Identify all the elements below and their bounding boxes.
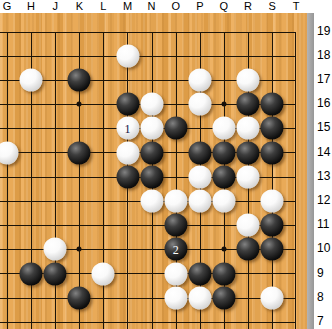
grid-cell <box>55 104 79 128</box>
stone-black <box>261 214 284 237</box>
grid-cell <box>31 177 55 201</box>
stone-white <box>237 68 260 91</box>
stone-black <box>212 262 235 285</box>
grid-cell <box>31 201 55 225</box>
stone-white <box>237 214 260 237</box>
column-label: J <box>52 0 58 13</box>
grid-cell <box>200 322 224 329</box>
stone-white <box>261 189 284 212</box>
grid-cell <box>248 322 272 329</box>
star-point <box>221 102 226 107</box>
grid-cell <box>200 225 224 249</box>
stone-black <box>68 68 91 91</box>
stone-white <box>237 165 260 188</box>
stone-black <box>261 141 284 164</box>
row-label: 16 <box>317 96 330 110</box>
grid-cell <box>0 298 7 322</box>
grid-cell <box>224 32 248 56</box>
stone-white <box>188 286 211 309</box>
go-board[interactable]: 12 <box>0 13 307 329</box>
column-label: P <box>196 0 203 13</box>
row-label: 13 <box>317 169 330 183</box>
stone-white <box>164 189 187 212</box>
grid-cell <box>7 322 31 329</box>
stone-black <box>261 238 284 261</box>
star-point <box>221 247 226 252</box>
column-label: S <box>268 0 275 13</box>
grid-cell <box>55 32 79 56</box>
stone-black <box>164 214 187 237</box>
stone-white <box>140 189 163 212</box>
star-point <box>77 247 82 252</box>
stone-black <box>261 93 284 116</box>
grid-cell <box>176 32 200 56</box>
row-label: 19 <box>317 24 330 38</box>
stone-black <box>20 262 43 285</box>
column-label: M <box>123 0 132 13</box>
stone-white <box>92 262 115 285</box>
grid-cell <box>127 322 151 329</box>
grid-cell <box>31 152 55 176</box>
grid-cell <box>176 322 200 329</box>
row-label: 10 <box>317 242 330 256</box>
stone-white <box>164 286 187 309</box>
grid-cell <box>127 273 151 297</box>
column-label: N <box>148 0 156 13</box>
stone-white <box>212 189 235 212</box>
stone-black <box>164 117 187 140</box>
grid-cell <box>200 32 224 56</box>
grid-cell <box>152 32 176 56</box>
grid-cell <box>248 32 272 56</box>
row-label: 18 <box>317 48 330 62</box>
column-label: K <box>76 0 83 13</box>
grid-cell <box>7 32 31 56</box>
stone-black <box>212 165 235 188</box>
grid-cell <box>0 80 7 104</box>
grid-cell <box>103 322 127 329</box>
stone-black <box>237 141 260 164</box>
grid-cell <box>79 201 103 225</box>
stone-white <box>164 262 187 285</box>
row-label: 11 <box>317 217 329 231</box>
stone-black <box>68 141 91 164</box>
grid-cell <box>103 298 127 322</box>
stone-black <box>188 141 211 164</box>
stone-white: 1 <box>116 117 139 140</box>
stone-black <box>212 141 235 164</box>
row-label: 12 <box>317 193 330 207</box>
stone-white <box>140 117 163 140</box>
grid-cell <box>0 177 7 201</box>
grid-cell <box>0 273 7 297</box>
grid-cell <box>7 104 31 128</box>
grid-cell <box>79 32 103 56</box>
stone-white <box>188 93 211 116</box>
stone-black <box>140 165 163 188</box>
stone-black <box>188 262 211 285</box>
board-edge-shadow <box>307 13 314 329</box>
row-label: 15 <box>317 121 330 135</box>
stone-black <box>237 238 260 261</box>
grid-cell <box>0 322 7 329</box>
stone-white <box>116 141 139 164</box>
grid-cell <box>7 225 31 249</box>
grid-cell <box>55 177 79 201</box>
stone-black <box>44 262 67 285</box>
column-label: H <box>27 0 35 13</box>
grid-cell <box>152 56 176 80</box>
row-label: 9 <box>317 266 324 280</box>
stone-white <box>140 93 163 116</box>
column-label: R <box>244 0 252 13</box>
stone-black <box>261 117 284 140</box>
stone-white <box>188 189 211 212</box>
grid-cell <box>272 32 296 56</box>
stone-white <box>261 286 284 309</box>
grid-cell <box>31 298 55 322</box>
grid-cell <box>103 201 127 225</box>
row-label: 14 <box>317 145 330 159</box>
stone-black <box>212 286 235 309</box>
stone-black <box>140 141 163 164</box>
column-label: O <box>171 0 180 13</box>
row-label: 8 <box>317 290 324 304</box>
grid-cell <box>55 322 79 329</box>
grid-cell <box>0 104 7 128</box>
grid-cell <box>31 128 55 152</box>
grid-cell <box>79 225 103 249</box>
grid-cell <box>79 177 103 201</box>
grid-cell <box>0 249 7 273</box>
stone-white <box>237 117 260 140</box>
stone-black <box>237 93 260 116</box>
star-point <box>77 102 82 107</box>
grid-cell <box>31 322 55 329</box>
grid-cell <box>127 225 151 249</box>
grid-cell <box>7 201 31 225</box>
grid-cell <box>0 201 7 225</box>
grid-cell <box>272 322 296 329</box>
column-label: G <box>3 0 12 13</box>
grid-cell <box>55 201 79 225</box>
grid-cell <box>7 298 31 322</box>
grid-cell <box>0 225 7 249</box>
stone-black <box>68 286 91 309</box>
grid-cell <box>7 177 31 201</box>
grid-cell <box>224 322 248 329</box>
stone-black <box>116 93 139 116</box>
row-label: 7 <box>317 314 324 328</box>
stone-white <box>212 117 235 140</box>
grid-cell <box>127 298 151 322</box>
grid-cell <box>31 32 55 56</box>
stone-black <box>116 165 139 188</box>
stone-black: 2 <box>164 238 187 261</box>
grid-cell <box>152 322 176 329</box>
stone-white <box>44 238 67 261</box>
column-label: Q <box>220 0 229 13</box>
stone-white <box>116 44 139 67</box>
grid-cell <box>79 104 103 128</box>
go-diagram: 12 GHJKLMNOPQRST 19181716151413121110987 <box>0 0 332 329</box>
grid-cell <box>0 56 7 80</box>
grid-cell <box>79 322 103 329</box>
stone-white <box>188 68 211 91</box>
column-label: T <box>293 0 300 13</box>
stone-white <box>188 165 211 188</box>
grid-cell <box>272 56 296 80</box>
column-label: L <box>100 0 106 13</box>
row-label: 17 <box>317 72 330 86</box>
grid-cell <box>0 32 7 56</box>
grid-cell <box>31 104 55 128</box>
stone-white <box>20 68 43 91</box>
grid-cell <box>103 225 127 249</box>
grid-cell <box>127 249 151 273</box>
